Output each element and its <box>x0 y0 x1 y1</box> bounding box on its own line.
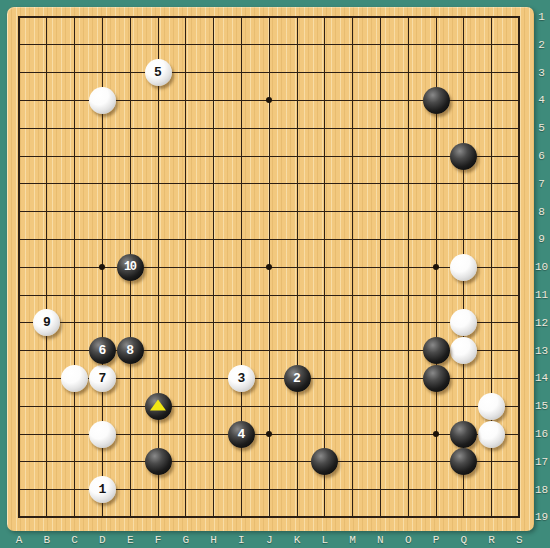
col-label-F: F <box>149 534 167 546</box>
col-label-D: D <box>93 534 111 546</box>
row-label-1: 1 <box>534 11 549 23</box>
row-label-9: 9 <box>534 233 549 245</box>
col-label-N: N <box>371 534 389 546</box>
col-label-P: P <box>427 534 445 546</box>
col-label-G: G <box>177 534 195 546</box>
row-label-4: 4 <box>534 94 549 106</box>
col-label-C: C <box>66 534 84 546</box>
col-label-O: O <box>399 534 417 546</box>
row-label-16: 16 <box>534 428 549 440</box>
col-label-M: M <box>344 534 362 546</box>
row-label-11: 11 <box>534 289 549 301</box>
row-label-7: 7 <box>534 178 549 190</box>
row-label-6: 6 <box>534 150 549 162</box>
col-label-K: K <box>288 534 306 546</box>
row-label-8: 8 <box>534 206 549 218</box>
col-label-S: S <box>510 534 528 546</box>
col-label-Q: Q <box>455 534 473 546</box>
col-label-H: H <box>205 534 223 546</box>
col-label-E: E <box>121 534 139 546</box>
col-label-B: B <box>38 534 56 546</box>
row-label-14: 14 <box>534 372 549 384</box>
row-label-5: 5 <box>534 122 549 134</box>
row-label-3: 3 <box>534 67 549 79</box>
row-label-10: 10 <box>534 261 549 273</box>
col-label-A: A <box>10 534 28 546</box>
row-label-15: 15 <box>534 400 549 412</box>
row-label-19: 19 <box>534 511 549 523</box>
col-label-L: L <box>316 534 334 546</box>
col-label-I: I <box>232 534 250 546</box>
go-board[interactable] <box>7 7 534 531</box>
row-label-17: 17 <box>534 456 549 468</box>
col-label-J: J <box>260 534 278 546</box>
row-label-13: 13 <box>534 345 549 357</box>
row-label-18: 18 <box>534 484 549 496</box>
row-label-2: 2 <box>534 39 549 51</box>
go-diagram: 59731106824 ABCDEFGHIJKLMNOPQRS 12345678… <box>0 0 550 548</box>
col-label-R: R <box>483 534 501 546</box>
row-label-12: 12 <box>534 317 549 329</box>
